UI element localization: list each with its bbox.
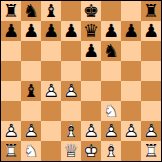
square-f8[interactable] bbox=[101, 1, 121, 21]
black-king[interactable]: ♚ bbox=[81, 1, 101, 21]
piece-outline: ♔ bbox=[81, 141, 101, 161]
square-b6[interactable] bbox=[21, 41, 41, 61]
square-f3[interactable]: ♞♘ bbox=[101, 101, 121, 121]
square-h3[interactable] bbox=[141, 101, 161, 121]
white-pawn[interactable]: ♟♙ bbox=[101, 121, 121, 141]
square-h5[interactable] bbox=[141, 61, 161, 81]
square-c6[interactable] bbox=[41, 41, 61, 61]
white-rook[interactable]: ♜♖ bbox=[1, 141, 21, 161]
square-f6[interactable]: ♞ bbox=[101, 41, 121, 61]
square-e5[interactable] bbox=[81, 61, 101, 81]
piece-outline: ♙ bbox=[101, 121, 121, 141]
square-a5[interactable] bbox=[1, 61, 21, 81]
square-h7[interactable]: ♟ bbox=[141, 21, 161, 41]
square-e8[interactable]: ♚ bbox=[81, 1, 101, 21]
black-pawn[interactable]: ♟ bbox=[81, 41, 101, 61]
square-b7[interactable]: ♟ bbox=[21, 21, 41, 41]
square-f5[interactable] bbox=[101, 61, 121, 81]
black-pawn[interactable]: ♟ bbox=[1, 21, 21, 41]
piece-outline: ♙ bbox=[81, 121, 101, 141]
square-b5[interactable] bbox=[21, 61, 41, 81]
square-c7[interactable]: ♟ bbox=[41, 21, 61, 41]
square-c1[interactable] bbox=[41, 141, 61, 161]
square-a8[interactable]: ♜ bbox=[1, 1, 21, 21]
square-f1[interactable]: ♝♗ bbox=[101, 141, 121, 161]
white-rook[interactable]: ♜♖ bbox=[141, 141, 161, 161]
square-e3[interactable] bbox=[81, 101, 101, 121]
square-e4[interactable] bbox=[81, 81, 101, 101]
square-f7[interactable]: ♟ bbox=[101, 21, 121, 41]
black-knight[interactable]: ♞ bbox=[101, 41, 121, 61]
piece-outline: ♙ bbox=[141, 121, 161, 141]
piece-outline: ♙ bbox=[121, 121, 141, 141]
piece-outline: ♗ bbox=[61, 121, 81, 141]
white-bishop[interactable]: ♝♗ bbox=[101, 141, 121, 161]
black-pawn[interactable]: ♟ bbox=[121, 21, 141, 41]
square-h1[interactable]: ♜♖ bbox=[141, 141, 161, 161]
square-d1[interactable]: ♛♕ bbox=[61, 141, 81, 161]
black-pawn[interactable]: ♟ bbox=[101, 21, 121, 41]
square-a2[interactable]: ♟♙ bbox=[1, 121, 21, 141]
white-pawn[interactable]: ♟♙ bbox=[141, 121, 161, 141]
piece-outline: ♖ bbox=[1, 141, 21, 161]
square-c8[interactable]: ♝ bbox=[41, 1, 61, 21]
square-e1[interactable]: ♚♔ bbox=[81, 141, 101, 161]
square-a4[interactable] bbox=[1, 81, 21, 101]
square-b2[interactable]: ♟♙ bbox=[21, 121, 41, 141]
black-pawn[interactable]: ♟ bbox=[41, 21, 61, 41]
square-a6[interactable] bbox=[1, 41, 21, 61]
white-king[interactable]: ♚♔ bbox=[81, 141, 101, 161]
square-h2[interactable]: ♟♙ bbox=[141, 121, 161, 141]
square-b8[interactable]: ♞ bbox=[21, 1, 41, 21]
square-g8[interactable] bbox=[121, 1, 141, 21]
white-pawn[interactable]: ♟♙ bbox=[1, 121, 21, 141]
black-bishop[interactable]: ♝ bbox=[41, 1, 61, 21]
square-d4[interactable]: ♟♙ bbox=[61, 81, 81, 101]
square-g4[interactable] bbox=[121, 81, 141, 101]
white-knight[interactable]: ♞♘ bbox=[21, 141, 41, 161]
square-c4[interactable]: ♟♙ bbox=[41, 81, 61, 101]
piece-outline: ♙ bbox=[61, 81, 81, 101]
piece-outline: ♕ bbox=[61, 141, 81, 161]
square-d8[interactable] bbox=[61, 1, 81, 21]
piece-outline: ♘ bbox=[21, 141, 41, 161]
square-h6[interactable] bbox=[141, 41, 161, 61]
piece-outline: ♙ bbox=[1, 121, 21, 141]
white-pawn[interactable]: ♟♙ bbox=[61, 81, 81, 101]
square-d3[interactable] bbox=[61, 101, 81, 121]
square-d2[interactable]: ♝♗ bbox=[61, 121, 81, 141]
white-bishop[interactable]: ♝♗ bbox=[61, 121, 81, 141]
chess-board: ♜♞♝♚♜♟♟♟♟♛♟♟♟♟♞♝♟♙♟♙♞♘♟♙♟♙♝♗♟♙♟♙♟♙♟♙♜♖♞♘… bbox=[0, 0, 162, 162]
white-pawn[interactable]: ♟♙ bbox=[41, 81, 61, 101]
black-bishop[interactable]: ♝ bbox=[21, 81, 41, 101]
square-c3[interactable] bbox=[41, 101, 61, 121]
square-g3[interactable] bbox=[121, 101, 141, 121]
square-h8[interactable]: ♜ bbox=[141, 1, 161, 21]
square-g7[interactable]: ♟ bbox=[121, 21, 141, 41]
square-f4[interactable] bbox=[101, 81, 121, 101]
black-knight[interactable]: ♞ bbox=[21, 1, 41, 21]
square-f2[interactable]: ♟♙ bbox=[101, 121, 121, 141]
square-d7[interactable]: ♟ bbox=[61, 21, 81, 41]
square-e2[interactable]: ♟♙ bbox=[81, 121, 101, 141]
square-c2[interactable] bbox=[41, 121, 61, 141]
square-e6[interactable]: ♟ bbox=[81, 41, 101, 61]
square-b4[interactable]: ♝ bbox=[21, 81, 41, 101]
white-pawn[interactable]: ♟♙ bbox=[81, 121, 101, 141]
piece-outline: ♙ bbox=[21, 121, 41, 141]
square-b3[interactable] bbox=[21, 101, 41, 121]
chess-board-container: ♜♞♝♚♜♟♟♟♟♛♟♟♟♟♞♝♟♙♟♙♞♘♟♙♟♙♝♗♟♙♟♙♟♙♟♙♜♖♞♘… bbox=[0, 0, 162, 162]
white-pawn[interactable]: ♟♙ bbox=[121, 121, 141, 141]
black-pawn[interactable]: ♟ bbox=[141, 21, 161, 41]
black-pawn[interactable]: ♟ bbox=[21, 21, 41, 41]
piece-outline: ♘ bbox=[101, 101, 121, 121]
piece-outline: ♗ bbox=[101, 141, 121, 161]
square-g1[interactable] bbox=[121, 141, 141, 161]
black-queen[interactable]: ♛ bbox=[81, 21, 101, 41]
square-c5[interactable] bbox=[41, 61, 61, 81]
white-queen[interactable]: ♛♕ bbox=[61, 141, 81, 161]
white-knight[interactable]: ♞♘ bbox=[101, 101, 121, 121]
square-a7[interactable]: ♟ bbox=[1, 21, 21, 41]
piece-outline: ♙ bbox=[41, 81, 61, 101]
square-e7[interactable]: ♛ bbox=[81, 21, 101, 41]
square-d6[interactable] bbox=[61, 41, 81, 61]
square-g2[interactable]: ♟♙ bbox=[121, 121, 141, 141]
square-d5[interactable] bbox=[61, 61, 81, 81]
square-a1[interactable]: ♜♖ bbox=[1, 141, 21, 161]
white-pawn[interactable]: ♟♙ bbox=[21, 121, 41, 141]
square-g6[interactable] bbox=[121, 41, 141, 61]
square-g5[interactable] bbox=[121, 61, 141, 81]
black-rook[interactable]: ♜ bbox=[141, 1, 161, 21]
black-rook[interactable]: ♜ bbox=[1, 1, 21, 21]
piece-outline: ♖ bbox=[141, 141, 161, 161]
square-b1[interactable]: ♞♘ bbox=[21, 141, 41, 161]
square-h4[interactable] bbox=[141, 81, 161, 101]
black-pawn[interactable]: ♟ bbox=[61, 21, 81, 41]
square-a3[interactable] bbox=[1, 101, 21, 121]
